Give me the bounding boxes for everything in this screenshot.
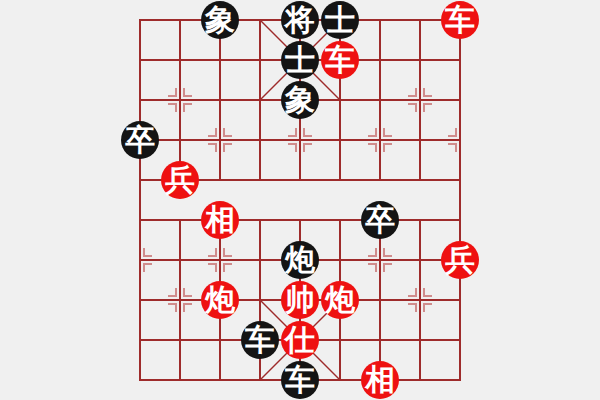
piece-black-chariot[interactable]: 车 [241,321,279,359]
piece-red-chariot[interactable]: 车 [441,1,479,39]
piece-red-elephant[interactable]: 相 [361,361,399,399]
piece-red-soldier[interactable]: 兵 [161,161,199,199]
piece-black-soldier[interactable]: 卒 [361,201,399,239]
piece-black-elephant[interactable]: 象 [281,81,319,119]
piece-red-cannon[interactable]: 炮 [321,281,359,319]
piece-red-elephant[interactable]: 相 [201,201,239,239]
piece-red-cannon[interactable]: 炮 [201,281,239,319]
piece-red-soldier[interactable]: 兵 [441,241,479,279]
piece-black-advisor[interactable]: 士 [281,41,319,79]
piece-red-advisor[interactable]: 仕 [281,321,319,359]
piece-black-advisor[interactable]: 士 [321,1,359,39]
piece-black-soldier[interactable]: 卒 [121,121,159,159]
piece-red-chariot[interactable]: 车 [321,41,359,79]
piece-black-cannon[interactable]: 炮 [281,241,319,279]
piece-black-elephant[interactable]: 象 [201,1,239,39]
piece-black-chariot[interactable]: 车 [281,361,319,399]
piece-black-general[interactable]: 将 [281,1,319,39]
xiangqi-board: 象将士车士车象卒兵相卒炮兵炮帅炮车仕车相 [0,0,600,400]
piece-red-general[interactable]: 帅 [281,281,319,319]
